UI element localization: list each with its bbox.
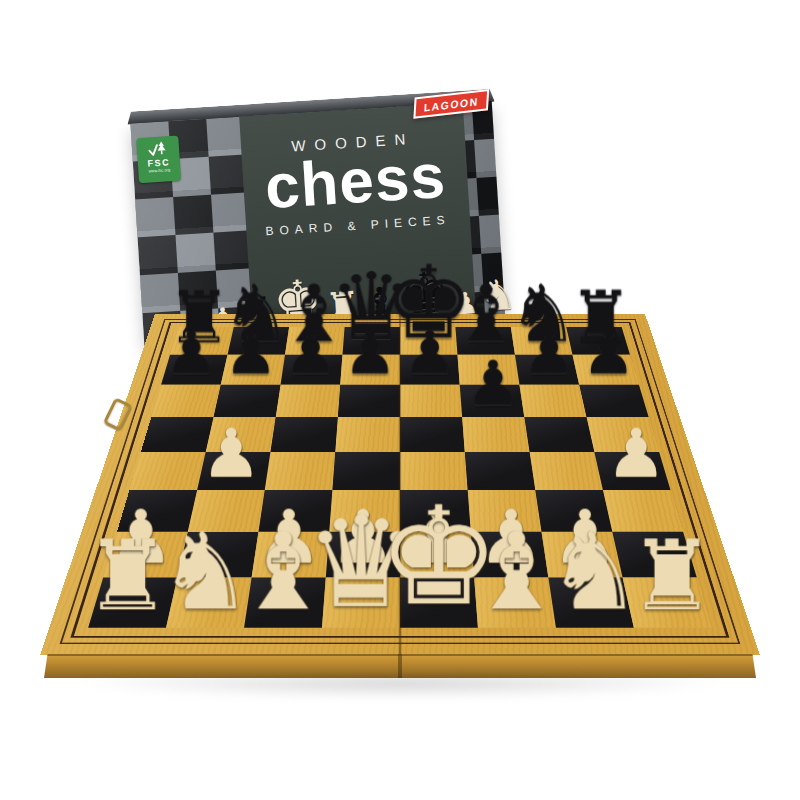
square-e5 (400, 417, 465, 452)
square-e1: ♚ (400, 578, 478, 628)
square-c5 (270, 417, 337, 452)
piece-white-pawn: ♟ (201, 421, 262, 488)
square-b6 (214, 385, 281, 417)
piece-black-pawn: ♟ (465, 353, 521, 415)
piece-black-pawn: ♟ (403, 323, 456, 383)
square-b7: ♟ (221, 355, 285, 385)
square-c4 (265, 452, 336, 490)
piece-black-pawn: ♟ (582, 323, 635, 383)
square-h7: ♟ (572, 355, 638, 385)
square-f5 (462, 417, 529, 452)
square-a7: ♟ (161, 355, 227, 385)
square-f1: ♝ (474, 578, 556, 628)
square-g7: ♟ (515, 355, 579, 385)
square-g1: ♞ (548, 578, 634, 628)
piece-white-pawn: ♟ (606, 421, 667, 488)
board-frame: ♜♞♝♛♚♝♞♜♟♟♟♟♟♟♟♟♟♟♟♟♟♟♟♟♜♞♝♛♚♝♞♜ (40, 314, 760, 655)
square-a4 (129, 452, 205, 490)
chess-board: ♜♞♝♛♚♝♞♜♟♟♟♟♟♟♟♟♟♟♟♟♟♟♟♟♜♞♝♛♚♝♞♜ (40, 314, 760, 655)
product-photo-scene: WOODEN chess BOARD & PIECES ♟♜♚♜♝♚♟♞ FSC… (0, 0, 800, 800)
square-d5 (335, 417, 400, 452)
piece-black-pawn: ♟ (224, 323, 277, 383)
square-h6 (579, 385, 648, 417)
square-g4 (530, 452, 603, 490)
board-front-edge (44, 654, 756, 678)
piece-black-pawn: ♟ (343, 323, 396, 383)
square-d7: ♟ (340, 355, 400, 385)
square-g5 (524, 417, 594, 452)
square-h4: ♟ (594, 452, 670, 490)
square-d6 (338, 385, 400, 417)
square-a6 (151, 385, 220, 417)
board-front-fold-seam (398, 654, 402, 678)
square-g6 (519, 385, 586, 417)
ground-shadow (70, 677, 730, 699)
square-c7: ♟ (281, 355, 343, 385)
piece-black-pawn: ♟ (165, 323, 218, 383)
piece-black-pawn: ♟ (284, 323, 337, 383)
square-f6: ♟ (460, 385, 525, 417)
piece-white-rook: ♜ (629, 528, 716, 625)
square-e6 (400, 385, 462, 417)
square-h1: ♜ (623, 578, 712, 628)
square-b4: ♟ (197, 452, 270, 490)
piece-black-pawn: ♟ (522, 323, 575, 383)
square-e7: ♟ (400, 355, 460, 385)
square-c6 (276, 385, 341, 417)
